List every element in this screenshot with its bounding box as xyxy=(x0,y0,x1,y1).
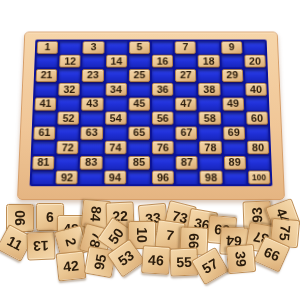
empty-slot[interactable] xyxy=(222,112,244,125)
board-cell[interactable]: 40 xyxy=(245,83,267,95)
board-grid: 1357912141618202123252729323436384041434… xyxy=(30,40,273,187)
board-cell[interactable]: 65 xyxy=(128,127,150,140)
board-tile[interactable]: 58 xyxy=(199,112,221,125)
board-cell[interactable]: 89 xyxy=(224,156,246,169)
board-cell[interactable]: 69 xyxy=(223,127,245,140)
board-tile[interactable]: 54 xyxy=(105,112,127,125)
board-tile[interactable]: 83 xyxy=(80,156,102,170)
board-cell[interactable]: 52 xyxy=(58,112,80,125)
board-tile[interactable]: 65 xyxy=(128,126,150,139)
board-cell[interactable]: 34 xyxy=(105,83,127,95)
board-cell[interactable]: 9 xyxy=(221,41,242,53)
counting-board: 1357912141618202123252729323436384041434… xyxy=(17,32,285,200)
empty-slot[interactable] xyxy=(57,127,79,140)
board-tile[interactable]: 98 xyxy=(200,171,222,185)
board-frame: 1357912141618202123252729323436384041434… xyxy=(17,32,285,200)
pile-tile[interactable]: 46 xyxy=(141,245,171,275)
empty-slot[interactable] xyxy=(33,141,55,154)
empty-slot[interactable] xyxy=(81,112,103,125)
empty-slot[interactable] xyxy=(105,98,127,111)
board-cell[interactable]: 36 xyxy=(152,83,173,95)
empty-slot[interactable] xyxy=(58,98,80,111)
board-tile[interactable]: 14 xyxy=(106,55,127,68)
empty-slot[interactable] xyxy=(80,171,102,184)
board-cell[interactable]: 23 xyxy=(82,69,104,81)
board-tile[interactable]: 61 xyxy=(33,126,55,139)
empty-slot[interactable] xyxy=(80,141,102,154)
board-cell[interactable]: 85 xyxy=(128,156,150,169)
empty-slot[interactable] xyxy=(128,171,150,184)
board-tile[interactable]: 5 xyxy=(129,41,150,54)
hundred-board-scene: 1357912141618202123252729323436384041434… xyxy=(0,0,300,300)
empty-slot[interactable] xyxy=(32,171,54,184)
empty-slot[interactable] xyxy=(36,55,58,67)
board-tile[interactable]: 41 xyxy=(35,97,57,110)
board-tile[interactable]: 18 xyxy=(198,55,219,68)
empty-slot[interactable] xyxy=(152,98,174,111)
board-tile[interactable]: 67 xyxy=(176,126,198,139)
empty-slot[interactable] xyxy=(128,112,150,125)
board-cell[interactable]: 96 xyxy=(152,171,174,184)
board-tile[interactable]: 47 xyxy=(175,97,197,110)
empty-slot[interactable] xyxy=(175,83,197,95)
empty-slot[interactable] xyxy=(60,41,81,53)
board-cell[interactable]: 100 xyxy=(248,171,271,184)
board-cell[interactable]: 45 xyxy=(128,98,150,111)
empty-slot[interactable] xyxy=(245,69,267,81)
board-cell[interactable]: 67 xyxy=(176,127,198,140)
board-cell[interactable]: 92 xyxy=(56,171,78,184)
board-cell[interactable]: 49 xyxy=(222,98,244,111)
board-tile[interactable]: 56 xyxy=(152,112,174,125)
board-cell[interactable]: 74 xyxy=(104,141,126,154)
board-tile[interactable]: 38 xyxy=(199,83,221,96)
board-tile[interactable]: 3 xyxy=(83,41,104,54)
empty-slot[interactable] xyxy=(175,55,196,67)
empty-slot[interactable] xyxy=(152,127,174,140)
empty-slot[interactable] xyxy=(106,41,127,53)
board-tile[interactable]: 92 xyxy=(56,171,78,185)
board-tile[interactable]: 89 xyxy=(224,156,246,170)
empty-slot[interactable] xyxy=(176,141,198,154)
board-tile[interactable]: 40 xyxy=(245,83,267,96)
empty-slot[interactable] xyxy=(224,171,246,184)
board-cell[interactable]: 43 xyxy=(81,98,103,111)
board-tile[interactable]: 78 xyxy=(199,141,221,154)
board-tile[interactable]: 27 xyxy=(175,69,196,82)
board-cell[interactable]: 81 xyxy=(32,156,54,169)
board-cell[interactable]: 18 xyxy=(198,55,219,67)
board-cell[interactable]: 5 xyxy=(129,41,150,53)
board-tile[interactable]: 16 xyxy=(152,55,173,68)
empty-slot[interactable] xyxy=(105,127,127,140)
board-tile[interactable]: 96 xyxy=(152,171,174,185)
board-tile[interactable]: 63 xyxy=(81,126,103,139)
board-tile[interactable]: 87 xyxy=(176,156,198,170)
board-cell[interactable]: 60 xyxy=(246,112,268,125)
board-tile[interactable]: 52 xyxy=(58,112,80,125)
board-tile[interactable]: 34 xyxy=(105,83,127,96)
board-tile[interactable]: 81 xyxy=(32,156,54,170)
board-tile[interactable]: 21 xyxy=(36,69,58,82)
board-cell[interactable]: 38 xyxy=(199,83,221,95)
board-cell[interactable]: 14 xyxy=(106,55,127,67)
pile-tile[interactable]: 42 xyxy=(56,251,87,282)
board-cell[interactable]: 72 xyxy=(57,141,79,154)
board-tile[interactable]: 23 xyxy=(82,69,104,82)
board-cell[interactable]: 32 xyxy=(58,83,80,95)
empty-slot[interactable] xyxy=(247,156,269,169)
empty-slot[interactable] xyxy=(244,41,266,53)
board-cell[interactable]: 16 xyxy=(152,55,173,67)
empty-slot[interactable] xyxy=(129,83,150,95)
empty-slot[interactable] xyxy=(199,127,221,140)
empty-slot[interactable] xyxy=(223,141,245,154)
board-tile[interactable]: 100 xyxy=(248,171,271,185)
empty-slot[interactable] xyxy=(246,98,268,111)
board-cell[interactable]: 61 xyxy=(33,127,55,140)
board-cell[interactable]: 21 xyxy=(36,69,58,81)
board-cell[interactable]: 25 xyxy=(129,69,150,81)
empty-slot[interactable] xyxy=(175,112,197,125)
board-tile[interactable]: 74 xyxy=(104,141,126,154)
board-tile[interactable]: 29 xyxy=(221,69,243,82)
empty-slot[interactable] xyxy=(35,83,57,95)
board-cell[interactable]: 20 xyxy=(244,55,266,67)
board-cell[interactable]: 83 xyxy=(80,156,102,169)
board-tile[interactable]: 69 xyxy=(223,126,245,139)
empty-slot[interactable] xyxy=(129,55,150,67)
board-cell[interactable]: 87 xyxy=(176,156,198,169)
board-cell[interactable]: 76 xyxy=(152,141,174,154)
board-cell[interactable]: 1 xyxy=(37,41,59,53)
board-tile[interactable]: 43 xyxy=(81,97,103,110)
empty-slot[interactable] xyxy=(222,83,244,95)
board-tile[interactable]: 72 xyxy=(57,141,79,154)
board-cell[interactable]: 80 xyxy=(247,141,269,154)
board-cell[interactable]: 12 xyxy=(59,55,81,67)
empty-slot[interactable] xyxy=(152,69,173,81)
board-tile[interactable]: 60 xyxy=(246,112,268,125)
board-cell[interactable]: 58 xyxy=(199,112,221,125)
board-cell[interactable]: 3 xyxy=(83,41,104,53)
board-tile[interactable]: 32 xyxy=(58,83,80,96)
board-tile[interactable]: 36 xyxy=(152,83,173,96)
board-cell[interactable]: 98 xyxy=(200,171,222,184)
board-tile[interactable]: 80 xyxy=(247,141,269,154)
empty-slot[interactable] xyxy=(200,156,222,169)
board-tile[interactable]: 9 xyxy=(221,41,242,54)
empty-slot[interactable] xyxy=(198,41,219,53)
empty-slot[interactable] xyxy=(104,156,126,169)
board-tile[interactable]: 25 xyxy=(129,69,150,82)
empty-slot[interactable] xyxy=(199,98,221,111)
board-cell[interactable]: 54 xyxy=(105,112,127,125)
empty-slot[interactable] xyxy=(56,156,78,169)
empty-slot[interactable] xyxy=(246,127,268,140)
board-cell[interactable]: 27 xyxy=(175,69,196,81)
board-cell[interactable]: 94 xyxy=(104,171,126,184)
board-tile[interactable]: 49 xyxy=(222,97,244,110)
board-tile[interactable]: 1 xyxy=(37,41,59,54)
board-tile[interactable]: 85 xyxy=(128,156,150,170)
empty-slot[interactable] xyxy=(221,55,243,67)
empty-slot[interactable] xyxy=(152,41,173,53)
board-cell[interactable]: 56 xyxy=(152,112,174,125)
board-cell[interactable]: 41 xyxy=(35,98,57,111)
board-tile[interactable]: 20 xyxy=(244,55,266,68)
empty-slot[interactable] xyxy=(176,171,198,184)
pile-tile[interactable]: 13 xyxy=(27,232,56,261)
board-tile[interactable]: 94 xyxy=(104,171,126,185)
board-tile[interactable]: 45 xyxy=(128,97,150,110)
board-cell[interactable]: 29 xyxy=(221,69,243,81)
board-tile[interactable]: 12 xyxy=(59,55,81,68)
board-cell[interactable]: 78 xyxy=(199,141,221,154)
empty-slot[interactable] xyxy=(82,83,104,95)
empty-slot[interactable] xyxy=(152,156,174,169)
empty-slot[interactable] xyxy=(34,112,56,125)
empty-slot[interactable] xyxy=(82,55,103,67)
empty-slot[interactable] xyxy=(59,69,81,81)
board-cell[interactable]: 7 xyxy=(175,41,196,53)
board-tile[interactable]: 7 xyxy=(175,41,196,54)
empty-slot[interactable] xyxy=(198,69,220,81)
board-tile[interactable]: 76 xyxy=(152,141,174,154)
pile-tile[interactable]: 39 xyxy=(226,244,256,274)
empty-slot[interactable] xyxy=(128,141,150,154)
board-cell[interactable]: 63 xyxy=(81,127,103,140)
board-cell[interactable]: 47 xyxy=(175,98,197,111)
empty-slot[interactable] xyxy=(105,69,126,81)
